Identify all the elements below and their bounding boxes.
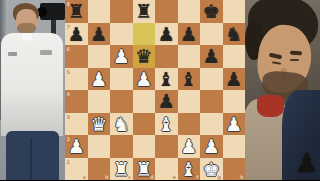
square-a5[interactable]: 5 bbox=[65, 68, 88, 91]
square-h8[interactable] bbox=[223, 0, 246, 23]
square-c1[interactable]: c♜ bbox=[110, 158, 133, 181]
white-pawn-f2: ♟ bbox=[178, 135, 201, 158]
square-a3[interactable]: 3 bbox=[65, 113, 88, 136]
white-queen-b3: ♛ bbox=[88, 113, 111, 136]
square-e4[interactable]: ♟ bbox=[155, 90, 178, 113]
square-h5[interactable]: ♟ bbox=[223, 68, 246, 91]
square-e7[interactable]: ♟ bbox=[155, 23, 178, 46]
square-h4[interactable] bbox=[223, 90, 246, 113]
white-bishop-e3: ♝ bbox=[155, 113, 178, 136]
black-queen-d6: ♛ bbox=[133, 45, 156, 68]
rank-label-2: 2 bbox=[67, 136, 70, 142]
square-a2[interactable]: 2♟ bbox=[65, 135, 88, 158]
square-b4[interactable] bbox=[88, 90, 111, 113]
square-d3[interactable] bbox=[133, 113, 156, 136]
black-pawn-e4: ♟ bbox=[155, 90, 178, 113]
white-pawn-g2: ♟ bbox=[200, 135, 223, 158]
chess-board: 8♜♜♚7♟♟♟♟♞6♟♛♟5♟♟♝♝♟4♟3♛♞♝♟2♟♟♟1abc♜d♜ef… bbox=[65, 0, 245, 180]
square-f7[interactable]: ♟ bbox=[178, 23, 201, 46]
photo-shading bbox=[1, 90, 63, 136]
carlsen-photo bbox=[0, 0, 65, 180]
rank-label-7: 7 bbox=[67, 24, 70, 30]
square-h6[interactable] bbox=[223, 45, 246, 68]
file-label-e: e bbox=[173, 174, 176, 180]
square-a7[interactable]: 7♟ bbox=[65, 23, 88, 46]
nakamura-photo: ♟ bbox=[245, 0, 320, 180]
rank-label-4: 4 bbox=[67, 91, 70, 97]
rank-label-6: 6 bbox=[67, 46, 70, 52]
white-pawn-d5: ♟ bbox=[133, 68, 156, 91]
file-label-h: h bbox=[240, 174, 244, 180]
square-h1[interactable]: h bbox=[223, 158, 246, 181]
square-a1[interactable]: 1a bbox=[65, 158, 88, 181]
square-g8[interactable]: ♚ bbox=[200, 0, 223, 23]
square-g7[interactable] bbox=[200, 23, 223, 46]
black-pawn-f7: ♟ bbox=[178, 23, 201, 46]
square-a6[interactable]: 6 bbox=[65, 45, 88, 68]
square-g6[interactable]: ♟ bbox=[200, 45, 223, 68]
square-h3[interactable]: ♟ bbox=[223, 113, 246, 136]
square-e1[interactable]: e bbox=[155, 158, 178, 181]
file-label-a: a bbox=[83, 174, 86, 180]
square-g4[interactable] bbox=[200, 90, 223, 113]
square-c2[interactable] bbox=[110, 135, 133, 158]
square-d8[interactable]: ♜ bbox=[133, 0, 156, 23]
square-b6[interactable] bbox=[88, 45, 111, 68]
rank-label-1: 1 bbox=[67, 159, 70, 165]
white-pawn-c6: ♟ bbox=[110, 45, 133, 68]
square-g5[interactable] bbox=[200, 68, 223, 91]
black-rook-d8: ♜ bbox=[133, 0, 156, 23]
trouser-seam bbox=[30, 138, 32, 180]
square-d5[interactable]: ♟ bbox=[133, 68, 156, 91]
square-g2[interactable]: ♟ bbox=[200, 135, 223, 158]
square-f6[interactable] bbox=[178, 45, 201, 68]
black-pawn-b7: ♟ bbox=[88, 23, 111, 46]
rank-label-5: 5 bbox=[67, 69, 70, 75]
white-pawn-h3: ♟ bbox=[223, 113, 246, 136]
square-f3[interactable] bbox=[178, 113, 201, 136]
square-f8[interactable] bbox=[178, 0, 201, 23]
square-b3[interactable]: ♛ bbox=[88, 113, 111, 136]
square-a8[interactable]: 8♜ bbox=[65, 0, 88, 23]
square-c7[interactable] bbox=[110, 23, 133, 46]
player-mouth bbox=[278, 83, 290, 85]
file-label-g: g bbox=[217, 174, 221, 180]
square-d6[interactable]: ♛ bbox=[133, 45, 156, 68]
square-f4[interactable] bbox=[178, 90, 201, 113]
file-label-d: d bbox=[150, 174, 154, 180]
player-trousers bbox=[6, 131, 59, 180]
square-h7[interactable]: ♞ bbox=[223, 23, 246, 46]
square-e3[interactable]: ♝ bbox=[155, 113, 178, 136]
square-c6[interactable]: ♟ bbox=[110, 45, 133, 68]
sponsor-logo bbox=[8, 52, 17, 56]
square-a4[interactable]: 4 bbox=[65, 90, 88, 113]
square-f5[interactable]: ♝ bbox=[178, 68, 201, 91]
file-label-b: b bbox=[105, 174, 109, 180]
rank-label-8: 8 bbox=[67, 1, 70, 7]
square-b1[interactable]: b bbox=[88, 158, 111, 181]
black-bishop-f5: ♝ bbox=[178, 68, 201, 91]
black-pawn-h5: ♟ bbox=[223, 68, 246, 91]
sponsor-logo bbox=[40, 50, 52, 55]
shirt-collar bbox=[22, 33, 32, 41]
square-d4[interactable] bbox=[133, 90, 156, 113]
black-king-g8: ♚ bbox=[200, 0, 223, 23]
square-f1[interactable]: f♝ bbox=[178, 158, 201, 181]
square-b7[interactable]: ♟ bbox=[88, 23, 111, 46]
white-knight-c3: ♞ bbox=[110, 113, 133, 136]
thumbnail-stage: 8♜♜♚7♟♟♟♟♞6♟♛♟5♟♟♝♝♟4♟3♛♞♝♟2♟♟♟1abc♜d♜ef… bbox=[0, 0, 320, 180]
square-d1[interactable]: d♜ bbox=[133, 158, 156, 181]
square-d7[interactable] bbox=[133, 23, 156, 46]
square-c3[interactable]: ♞ bbox=[110, 113, 133, 136]
square-e5[interactable]: ♝ bbox=[155, 68, 178, 91]
file-label-f: f bbox=[196, 174, 198, 180]
square-g3[interactable] bbox=[200, 113, 223, 136]
square-h2[interactable] bbox=[223, 135, 246, 158]
square-g1[interactable]: g♚ bbox=[200, 158, 223, 181]
square-e8[interactable] bbox=[155, 0, 178, 23]
square-c8[interactable] bbox=[110, 0, 133, 23]
square-c4[interactable] bbox=[110, 90, 133, 113]
black-pawn-e7: ♟ bbox=[155, 23, 178, 46]
square-b8[interactable] bbox=[88, 0, 111, 23]
square-e6[interactable] bbox=[155, 45, 178, 68]
player-eyebrow bbox=[290, 51, 302, 56]
black-bishop-e5: ♝ bbox=[155, 68, 178, 91]
square-f2[interactable]: ♟ bbox=[178, 135, 201, 158]
player-eye bbox=[290, 59, 299, 61]
square-e2[interactable] bbox=[155, 135, 178, 158]
rank-label-3: 3 bbox=[67, 114, 70, 120]
black-knight-h7: ♞ bbox=[223, 23, 246, 46]
file-label-c: c bbox=[128, 174, 131, 180]
square-b2[interactable] bbox=[88, 135, 111, 158]
square-d2[interactable] bbox=[133, 135, 156, 158]
square-b5[interactable]: ♟ bbox=[88, 68, 111, 91]
black-pawn-g6: ♟ bbox=[200, 45, 223, 68]
white-pawn-b5: ♟ bbox=[88, 68, 111, 91]
square-c5[interactable] bbox=[110, 68, 133, 91]
foreground-chess-piece-icon: ♟ bbox=[295, 146, 318, 180]
red-collar bbox=[257, 95, 284, 117]
